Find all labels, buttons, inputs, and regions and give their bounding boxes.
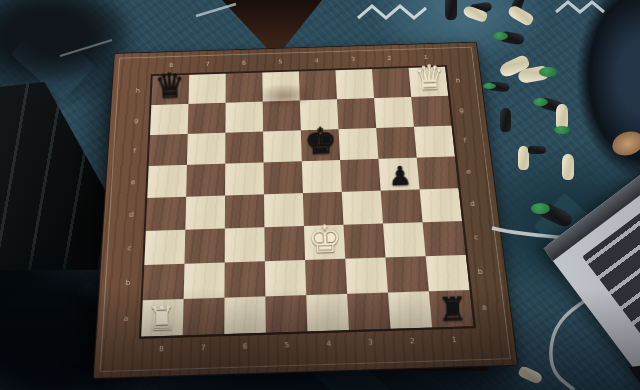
coordinate-label-8: 8 xyxy=(159,345,164,353)
coordinate-label-g: g xyxy=(134,117,139,123)
coordinate-label-c: c xyxy=(474,234,479,241)
coordinate-label-g: g xyxy=(459,107,464,113)
coordinate-label-4: 4 xyxy=(315,58,319,64)
coordinate-label-e: e xyxy=(466,168,471,175)
coordinate-label-h: h xyxy=(456,78,461,84)
coordinate-label-5: 5 xyxy=(284,341,289,349)
black-queen-h8[interactable]: ♛ xyxy=(153,69,185,104)
board-coordinates: 8877665544332211hhggffeeddccbbaa xyxy=(115,43,476,54)
white-queen-h1[interactable]: ♛ xyxy=(413,61,445,96)
coordinate-label-1: 1 xyxy=(451,336,457,344)
coordinate-label-7: 7 xyxy=(201,344,206,352)
black-rook-a1[interactable]: ♜ xyxy=(437,292,468,326)
pieces-layer: ♜♛♛♚♚♟♜ xyxy=(141,67,474,337)
coordinate-label-7: 7 xyxy=(205,61,209,67)
felt-base xyxy=(493,32,508,40)
white-rook-a8[interactable]: ♜ xyxy=(146,301,177,335)
coordinate-label-f: f xyxy=(133,148,136,154)
coordinate-label-a: a xyxy=(124,315,129,323)
white-king-c4[interactable]: ♚ xyxy=(307,220,342,259)
board-playing-area: ♜♛♛♚♚♟♜ xyxy=(139,65,476,339)
coordinate-label-h: h xyxy=(136,88,140,94)
coordinate-label-4: 4 xyxy=(326,340,331,348)
coordinate-label-2: 2 xyxy=(410,337,415,345)
felt-base xyxy=(539,67,557,77)
scene: 8877665544332211hhggffeeddccbbaa ♜♛♛♚♚♟♜ xyxy=(0,0,640,390)
coordinate-label-c: c xyxy=(128,245,132,252)
coordinate-label-8: 8 xyxy=(169,62,173,68)
coordinate-label-6: 6 xyxy=(242,60,246,66)
felt-base xyxy=(531,203,550,214)
chessboard: 8877665544332211hhggffeeddccbbaa ♜♛♛♚♚♟♜ xyxy=(93,42,519,380)
black-king-f4[interactable]: ♚ xyxy=(304,123,338,160)
coordinate-label-e: e xyxy=(131,179,136,186)
felt-base xyxy=(554,126,570,134)
coordinate-label-a: a xyxy=(482,304,487,312)
black-pawn-e2[interactable]: ♟ xyxy=(388,163,412,190)
coordinate-label-d: d xyxy=(129,211,134,218)
coordinate-label-3: 3 xyxy=(351,57,356,63)
coordinate-label-5: 5 xyxy=(278,59,282,65)
coordinate-label-b: b xyxy=(478,268,483,275)
coordinate-label-1: 1 xyxy=(423,54,428,60)
felt-base xyxy=(483,83,496,89)
board-frame: 8877665544332211hhggffeeddccbbaa ♜♛♛♚♚♟♜ xyxy=(93,42,519,380)
coordinate-label-f: f xyxy=(463,137,466,143)
coordinate-label-d: d xyxy=(470,201,475,208)
coordinate-label-6: 6 xyxy=(243,343,248,351)
coordinate-label-3: 3 xyxy=(368,339,373,347)
felt-base xyxy=(533,98,548,106)
coordinate-label-2: 2 xyxy=(387,56,392,62)
coordinate-label-b: b xyxy=(125,279,130,286)
